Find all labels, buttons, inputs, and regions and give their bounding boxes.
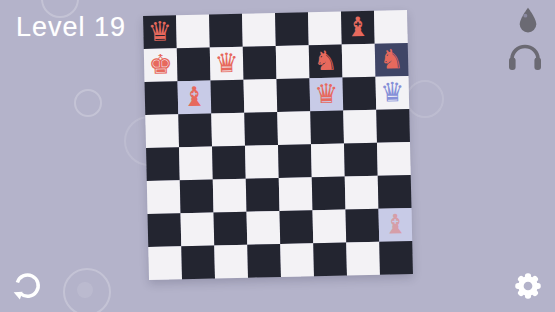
- square-a8[interactable]: ♛: [143, 15, 177, 49]
- square-c8[interactable]: [209, 14, 243, 48]
- square-b5[interactable]: [178, 114, 212, 148]
- square-b3[interactable]: [180, 179, 214, 213]
- square-g4[interactable]: [344, 143, 378, 177]
- piece-blue-queen[interactable]: ♛: [380, 78, 405, 106]
- square-e4[interactable]: [278, 144, 312, 178]
- square-g1[interactable]: [346, 242, 380, 276]
- square-b1[interactable]: [181, 245, 215, 279]
- square-h2[interactable]: ♝: [378, 208, 412, 242]
- piece-red-knight[interactable]: ♞: [313, 47, 338, 75]
- square-g7[interactable]: [342, 44, 376, 78]
- square-g6[interactable]: [342, 77, 376, 111]
- square-f1[interactable]: [313, 242, 347, 276]
- game-screen: Level 19 ♛♝♚♛♞♞♝♛♛♝: [0, 0, 555, 312]
- square-e5[interactable]: [277, 111, 311, 145]
- square-f4[interactable]: [311, 144, 345, 178]
- bubble-ring: [406, 80, 444, 118]
- square-c5[interactable]: [211, 113, 245, 147]
- square-d1[interactable]: [247, 244, 281, 278]
- square-d3[interactable]: [246, 178, 280, 212]
- square-b7[interactable]: [177, 48, 211, 82]
- square-e3[interactable]: [279, 177, 313, 211]
- chess-board: ♛♝♚♛♞♞♝♛♛♝: [143, 10, 413, 280]
- bubble-ring: [77, 282, 93, 298]
- square-h4[interactable]: [377, 142, 411, 176]
- square-g8[interactable]: ♝: [341, 11, 375, 45]
- square-e1[interactable]: [280, 243, 314, 277]
- piece-red-bishop-ghost[interactable]: ♝: [383, 210, 408, 238]
- square-c7[interactable]: ♛: [210, 47, 244, 81]
- square-d5[interactable]: [244, 112, 278, 146]
- square-b4[interactable]: [179, 146, 213, 180]
- drop-icon[interactable]: [516, 6, 540, 35]
- square-f5[interactable]: [310, 111, 344, 145]
- square-a3[interactable]: [147, 180, 181, 214]
- square-e7[interactable]: [276, 45, 310, 79]
- square-g2[interactable]: [345, 209, 379, 243]
- square-g5[interactable]: [343, 110, 377, 144]
- square-a5[interactable]: [145, 114, 179, 148]
- square-f2[interactable]: [312, 209, 346, 243]
- gear-icon[interactable]: [511, 269, 545, 307]
- square-f3[interactable]: [312, 176, 346, 210]
- square-d7[interactable]: [243, 46, 277, 80]
- square-f7[interactable]: ♞: [309, 45, 343, 79]
- square-d2[interactable]: [247, 211, 281, 245]
- square-c2[interactable]: [214, 212, 248, 246]
- square-h3[interactable]: [378, 175, 412, 209]
- piece-red-king[interactable]: ♚: [148, 50, 173, 78]
- level-label: Level 19: [16, 12, 126, 43]
- square-d4[interactable]: [245, 145, 279, 179]
- piece-red-knight[interactable]: ♞: [379, 45, 404, 73]
- piece-red-bishop[interactable]: ♝: [182, 83, 207, 111]
- square-a7[interactable]: ♚: [144, 48, 178, 82]
- square-d8[interactable]: [242, 13, 276, 47]
- piece-red-queen[interactable]: ♛: [214, 49, 239, 77]
- square-f6[interactable]: ♛: [309, 78, 343, 112]
- square-h8[interactable]: [374, 10, 408, 44]
- square-b8[interactable]: [176, 15, 210, 49]
- square-e6[interactable]: [277, 78, 311, 112]
- square-c3[interactable]: [213, 179, 247, 213]
- square-b2[interactable]: [181, 212, 215, 246]
- square-c4[interactable]: [212, 146, 246, 180]
- square-a6[interactable]: [145, 81, 179, 115]
- square-b6[interactable]: ♝: [178, 81, 212, 115]
- square-a1[interactable]: [148, 246, 182, 280]
- square-e2[interactable]: [279, 210, 313, 244]
- square-f8[interactable]: [308, 12, 342, 46]
- piece-red-bishop[interactable]: ♝: [345, 13, 370, 41]
- piece-red-queen[interactable]: ♛: [147, 17, 172, 45]
- square-h6[interactable]: ♛: [375, 76, 409, 110]
- headphones-icon[interactable]: [505, 41, 545, 72]
- square-a2[interactable]: [148, 213, 182, 247]
- restart-icon[interactable]: [11, 270, 44, 307]
- square-h1[interactable]: [379, 241, 413, 275]
- square-c6[interactable]: [211, 80, 245, 114]
- square-c1[interactable]: [214, 245, 248, 279]
- square-h5[interactable]: [376, 109, 410, 143]
- square-h7[interactable]: ♞: [375, 43, 409, 77]
- bubble-ring: [74, 89, 102, 117]
- bubble-ring: [63, 268, 111, 312]
- square-a4[interactable]: [146, 147, 180, 181]
- square-d6[interactable]: [244, 79, 278, 113]
- square-e8[interactable]: [275, 12, 309, 46]
- piece-red-queen[interactable]: ♛: [314, 80, 339, 108]
- square-g3[interactable]: [345, 176, 379, 210]
